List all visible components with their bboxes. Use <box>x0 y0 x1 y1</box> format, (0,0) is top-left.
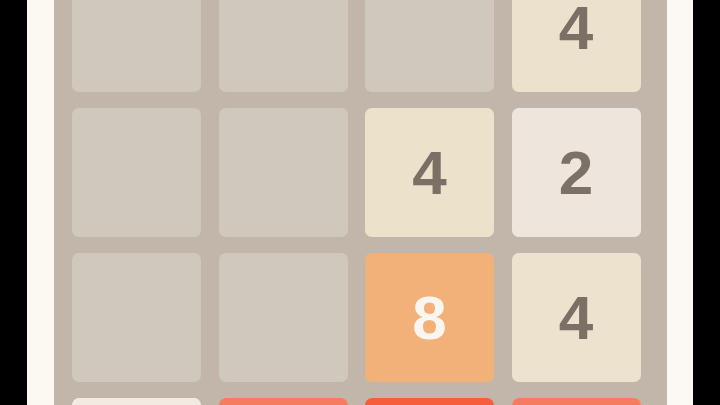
tile-8: 8 <box>365 253 494 382</box>
letterbox-right <box>693 0 720 405</box>
screenshot-stage: 442842326432 <box>0 0 720 405</box>
tile-2: 2 <box>512 108 641 237</box>
tile-32: 32 <box>512 398 641 405</box>
tile-64: 64 <box>365 398 494 405</box>
tile-4: 4 <box>512 0 641 92</box>
cell-r3c2 <box>219 253 348 382</box>
tile-32: 32 <box>219 398 348 405</box>
cell-r2c2 <box>219 108 348 237</box>
cell-r1c2 <box>219 0 348 92</box>
game-page-background: 442842326432 <box>27 0 693 405</box>
board-2048[interactable]: 442842326432 <box>54 0 667 405</box>
tile-4: 4 <box>512 253 641 382</box>
cell-r2c1 <box>72 108 201 237</box>
cell-r3c1 <box>72 253 201 382</box>
cell-r1c1 <box>72 0 201 92</box>
tile-grid: 442842326432 <box>54 0 659 405</box>
tile-4: 4 <box>365 108 494 237</box>
cell-r1c3 <box>365 0 494 92</box>
tile-2: 2 <box>72 398 201 405</box>
letterbox-left <box>0 0 27 405</box>
